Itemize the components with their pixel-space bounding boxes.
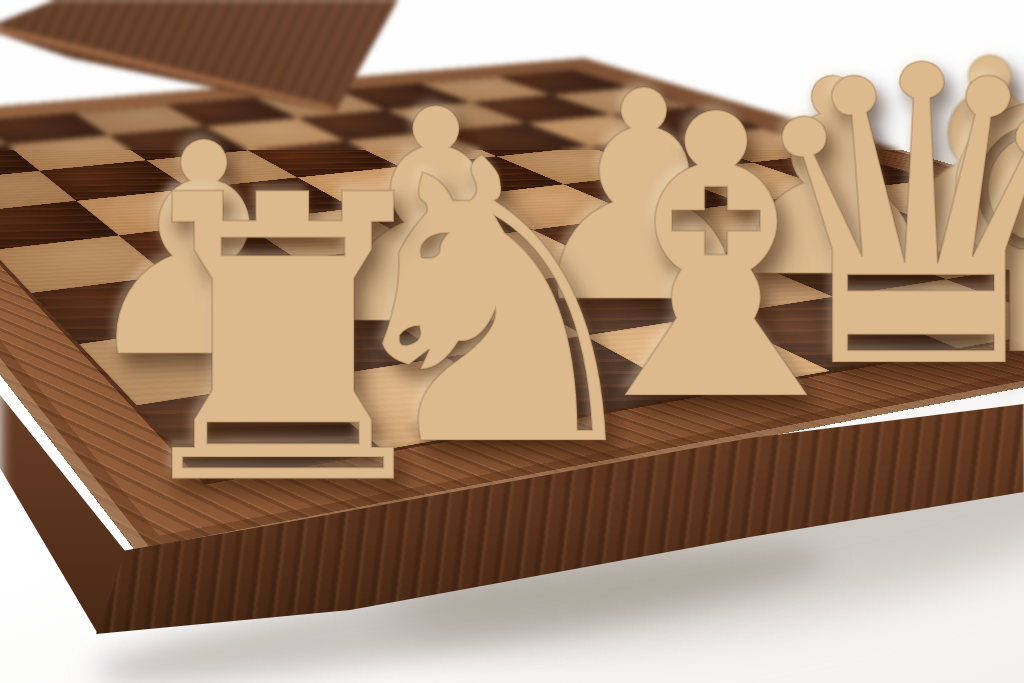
white-rook-a1[interactable]: ♜ (106, 145, 459, 539)
chess-photo-scene: ♟♟♟♟♚♟♛♝♞♜ (0, 0, 1024, 683)
pieces-layer: ♟♟♟♟♚♟♛♝♞♜ (0, 0, 1024, 683)
